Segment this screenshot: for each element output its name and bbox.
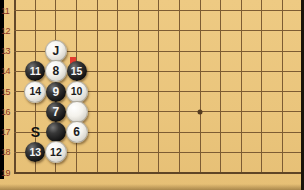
- grid-vline: [179, 0, 180, 174]
- stone-black[interactable]: [46, 122, 66, 142]
- row-label-19: 19: [1, 168, 14, 177]
- row-label-11: 11: [1, 6, 14, 15]
- stone-label: 7: [53, 106, 60, 118]
- stone-white-J[interactable]: J: [45, 40, 67, 62]
- stone-black-15[interactable]: 15: [67, 61, 87, 81]
- grid-vline: [220, 0, 221, 174]
- grid-vline: [241, 0, 242, 174]
- empty-point-letter-S[interactable]: S: [31, 125, 40, 139]
- grid-vline: [261, 0, 262, 174]
- grid-vline: [282, 0, 283, 174]
- stone-label: 15: [71, 66, 83, 77]
- grid-hline: [14, 30, 302, 31]
- row-label-17: 17: [1, 128, 14, 137]
- grid-vline: [200, 0, 201, 174]
- grid-vline: [117, 0, 118, 174]
- stone-white-14[interactable]: 14: [24, 81, 46, 103]
- grid-vline: [14, 0, 16, 174]
- right-black-bar: [301, 0, 304, 190]
- stone-black-7[interactable]: 7: [46, 102, 66, 122]
- stone-label: J: [53, 45, 60, 57]
- stone-black-11[interactable]: 11: [25, 61, 45, 81]
- stone-white-8[interactable]: 8: [45, 60, 67, 82]
- go-board[interactable]: J1181514910761312 S 111213141516171819: [0, 0, 304, 190]
- stone-label: 12: [50, 147, 62, 158]
- row-label-16: 16: [1, 107, 14, 116]
- grid-vline: [158, 0, 159, 174]
- grid-vline: [97, 0, 98, 174]
- row-label-14: 14: [1, 67, 14, 76]
- stone-label: 13: [29, 147, 41, 158]
- row-label-12: 12: [1, 26, 14, 35]
- stone-black-13[interactable]: 13: [25, 142, 45, 162]
- grid-vline: [138, 0, 139, 174]
- row-label-13: 13: [1, 47, 14, 56]
- stone-label: 9: [53, 86, 60, 98]
- stone-white-6[interactable]: 6: [66, 121, 88, 143]
- stone-label: 10: [71, 86, 83, 97]
- bottom-shadow: [0, 184, 304, 190]
- star-point: [198, 109, 203, 114]
- stone-label: 11: [30, 66, 41, 77]
- row-label-15: 15: [1, 87, 14, 96]
- stone-label: 6: [73, 126, 80, 138]
- row-label-18: 18: [1, 148, 14, 157]
- stone-label: 8: [53, 65, 60, 77]
- stone-white-12[interactable]: 12: [45, 141, 67, 163]
- stone-label: 14: [29, 86, 41, 97]
- grid-hline: [14, 172, 302, 174]
- stone-white-10[interactable]: 10: [66, 81, 88, 103]
- screenshot-stage: J1181514910761312 S 111213141516171819: [0, 0, 304, 190]
- grid-hline: [14, 10, 302, 11]
- stone-white[interactable]: [66, 101, 88, 123]
- stone-black-9[interactable]: 9: [46, 82, 66, 102]
